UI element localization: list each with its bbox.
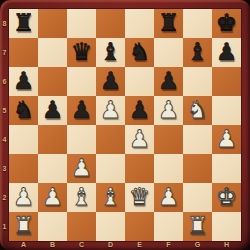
white-knight-g5[interactable]: ♞ bbox=[183, 96, 212, 125]
white-pawn-f5[interactable]: ♟ bbox=[154, 96, 183, 125]
white-pawn-e4[interactable]: ♟ bbox=[125, 125, 154, 154]
black-pawn-c5[interactable]: ♟ bbox=[67, 96, 96, 125]
black-pawn-h7[interactable]: ♟ bbox=[212, 38, 241, 67]
square-g1[interactable]: ♜ bbox=[183, 212, 212, 241]
black-pawn-b5[interactable]: ♟ bbox=[38, 96, 67, 125]
square-c1[interactable] bbox=[67, 212, 96, 241]
square-c3[interactable]: ♟ bbox=[67, 154, 96, 183]
square-h8[interactable]: ♚ bbox=[212, 9, 241, 38]
square-c2[interactable]: ♝ bbox=[67, 183, 96, 212]
white-pawn-h4[interactable]: ♟ bbox=[212, 125, 241, 154]
square-d5[interactable]: ♟ bbox=[96, 96, 125, 125]
rank-label-6: 6 bbox=[0, 67, 9, 96]
square-a1[interactable]: ♜ bbox=[9, 212, 38, 241]
square-g5[interactable]: ♞ bbox=[183, 96, 212, 125]
square-b6[interactable] bbox=[38, 67, 67, 96]
square-a3[interactable] bbox=[9, 154, 38, 183]
white-pawn-b2[interactable]: ♟ bbox=[38, 183, 67, 212]
square-c5[interactable]: ♟ bbox=[67, 96, 96, 125]
square-b2[interactable]: ♟ bbox=[38, 183, 67, 212]
square-h2[interactable]: ♚ bbox=[212, 183, 241, 212]
square-g6[interactable] bbox=[183, 67, 212, 96]
square-f3[interactable] bbox=[154, 154, 183, 183]
square-d4[interactable] bbox=[96, 125, 125, 154]
square-e8[interactable] bbox=[125, 9, 154, 38]
black-rook-a8[interactable]: ♜ bbox=[9, 9, 38, 38]
square-e6[interactable] bbox=[125, 67, 154, 96]
white-rook-a1[interactable]: ♜ bbox=[9, 212, 38, 241]
chess-board: ♜♜♚♛♝♞♝♟♟♟♟♞♟♟♟♟♟♞♟♟♟♟♟♝♝♛♟♚♜♜ bbox=[9, 9, 241, 241]
rank-label-2: 2 bbox=[0, 183, 9, 212]
square-g8[interactable] bbox=[183, 9, 212, 38]
square-a6[interactable]: ♟ bbox=[9, 67, 38, 96]
square-e7[interactable]: ♞ bbox=[125, 38, 154, 67]
square-d2[interactable]: ♝ bbox=[96, 183, 125, 212]
square-a2[interactable]: ♟ bbox=[9, 183, 38, 212]
black-pawn-d6[interactable]: ♟ bbox=[96, 67, 125, 96]
square-d1[interactable] bbox=[96, 212, 125, 241]
file-label-a: A bbox=[9, 241, 38, 250]
white-pawn-a2[interactable]: ♟ bbox=[9, 183, 38, 212]
white-pawn-c3[interactable]: ♟ bbox=[67, 154, 96, 183]
square-f8[interactable]: ♜ bbox=[154, 9, 183, 38]
file-label-b: B bbox=[38, 241, 67, 250]
square-h5[interactable] bbox=[212, 96, 241, 125]
square-a8[interactable]: ♜ bbox=[9, 9, 38, 38]
square-d6[interactable]: ♟ bbox=[96, 67, 125, 96]
square-h3[interactable] bbox=[212, 154, 241, 183]
white-pawn-d5[interactable]: ♟ bbox=[96, 96, 125, 125]
chessboard-screenshot: ♜♜♚♛♝♞♝♟♟♟♟♞♟♟♟♟♟♞♟♟♟♟♟♝♝♛♟♚♜♜ 87654321 … bbox=[0, 0, 250, 250]
square-f5[interactable]: ♟ bbox=[154, 96, 183, 125]
square-e5[interactable]: ♟ bbox=[125, 96, 154, 125]
square-g3[interactable] bbox=[183, 154, 212, 183]
square-h4[interactable]: ♟ bbox=[212, 125, 241, 154]
square-f2[interactable]: ♟ bbox=[154, 183, 183, 212]
square-c6[interactable] bbox=[67, 67, 96, 96]
square-g4[interactable] bbox=[183, 125, 212, 154]
file-label-f: F bbox=[154, 241, 183, 250]
white-pawn-f2[interactable]: ♟ bbox=[154, 183, 183, 212]
square-e3[interactable] bbox=[125, 154, 154, 183]
white-rook-g1[interactable]: ♜ bbox=[183, 212, 212, 241]
square-e1[interactable] bbox=[125, 212, 154, 241]
black-pawn-a6[interactable]: ♟ bbox=[9, 67, 38, 96]
square-f1[interactable] bbox=[154, 212, 183, 241]
rank-label-1: 1 bbox=[0, 212, 9, 241]
white-queen-e2[interactable]: ♛ bbox=[125, 183, 154, 212]
square-e4[interactable]: ♟ bbox=[125, 125, 154, 154]
square-h7[interactable]: ♟ bbox=[212, 38, 241, 67]
square-b3[interactable] bbox=[38, 154, 67, 183]
file-label-g: G bbox=[183, 241, 212, 250]
file-label-d: D bbox=[96, 241, 125, 250]
file-label-c: C bbox=[67, 241, 96, 250]
file-label-h: H bbox=[212, 241, 241, 250]
square-b7[interactable] bbox=[38, 38, 67, 67]
square-c8[interactable] bbox=[67, 9, 96, 38]
square-f6[interactable]: ♟ bbox=[154, 67, 183, 96]
square-d8[interactable] bbox=[96, 9, 125, 38]
black-knight-a5[interactable]: ♞ bbox=[9, 96, 38, 125]
rank-label-8: 8 bbox=[0, 9, 9, 38]
black-knight-e7[interactable]: ♞ bbox=[125, 38, 154, 67]
square-a7[interactable] bbox=[9, 38, 38, 67]
square-b4[interactable] bbox=[38, 125, 67, 154]
square-h1[interactable] bbox=[212, 212, 241, 241]
square-g7[interactable]: ♝ bbox=[183, 38, 212, 67]
square-e2[interactable]: ♛ bbox=[125, 183, 154, 212]
black-queen-c7[interactable]: ♛ bbox=[67, 38, 96, 67]
file-label-e: E bbox=[125, 241, 154, 250]
square-f7[interactable] bbox=[154, 38, 183, 67]
square-b5[interactable]: ♟ bbox=[38, 96, 67, 125]
black-bishop-g7[interactable]: ♝ bbox=[183, 38, 212, 67]
square-c4[interactable] bbox=[67, 125, 96, 154]
rank-label-3: 3 bbox=[0, 154, 9, 183]
square-h6[interactable] bbox=[212, 67, 241, 96]
black-bishop-d7[interactable]: ♝ bbox=[96, 38, 125, 67]
square-d3[interactable] bbox=[96, 154, 125, 183]
black-pawn-f6[interactable]: ♟ bbox=[154, 67, 183, 96]
square-a5[interactable]: ♞ bbox=[9, 96, 38, 125]
black-pawn-e5[interactable]: ♟ bbox=[125, 96, 154, 125]
square-b8[interactable] bbox=[38, 9, 67, 38]
black-king-h8[interactable]: ♚ bbox=[212, 9, 241, 38]
square-b1[interactable] bbox=[38, 212, 67, 241]
square-d7[interactable]: ♝ bbox=[96, 38, 125, 67]
rank-label-7: 7 bbox=[0, 38, 9, 67]
square-a4[interactable] bbox=[9, 125, 38, 154]
black-rook-f8[interactable]: ♜ bbox=[154, 9, 183, 38]
square-c7[interactable]: ♛ bbox=[67, 38, 96, 67]
square-f4[interactable] bbox=[154, 125, 183, 154]
rank-label-5: 5 bbox=[0, 96, 9, 125]
square-g2[interactable] bbox=[183, 183, 212, 212]
white-bishop-d2[interactable]: ♝ bbox=[96, 183, 125, 212]
white-king-h2[interactable]: ♚ bbox=[212, 183, 241, 212]
rank-label-4: 4 bbox=[0, 125, 9, 154]
white-bishop-c2[interactable]: ♝ bbox=[67, 183, 96, 212]
